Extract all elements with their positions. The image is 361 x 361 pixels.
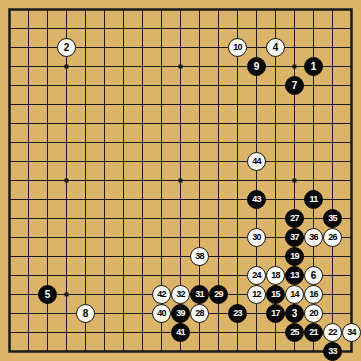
- stone-white-24: 24: [247, 266, 266, 285]
- stone-white-2: 2: [57, 38, 76, 57]
- move-number: 21: [309, 328, 318, 337]
- stone-white-20: 20: [304, 304, 323, 323]
- move-number: 2: [64, 43, 70, 53]
- stones-layer: 1234567891011121314151617181920212223242…: [0, 0, 361, 361]
- move-number: 1: [311, 62, 317, 72]
- move-number: 42: [157, 290, 166, 299]
- stone-black-15: 15: [266, 285, 285, 304]
- stone-white-28: 28: [190, 304, 209, 323]
- stone-white-4: 4: [266, 38, 285, 57]
- stone-white-34: 34: [342, 323, 361, 342]
- move-number: 13: [290, 271, 299, 280]
- move-number: 20: [309, 309, 318, 318]
- stone-white-38: 38: [190, 247, 209, 266]
- move-number: 38: [195, 252, 204, 261]
- stone-black-3: 3: [285, 304, 304, 323]
- move-number: 5: [45, 290, 51, 300]
- stone-black-33: 33: [323, 342, 342, 361]
- stone-black-5: 5: [38, 285, 57, 304]
- move-number: 34: [347, 328, 356, 337]
- stone-white-36: 36: [304, 228, 323, 247]
- move-number: 32: [176, 290, 185, 299]
- stone-white-18: 18: [266, 266, 285, 285]
- stone-black-27: 27: [285, 209, 304, 228]
- stone-black-37: 37: [285, 228, 304, 247]
- move-number: 40: [157, 309, 166, 318]
- move-number: 16: [309, 290, 318, 299]
- stone-black-29: 29: [209, 285, 228, 304]
- move-number: 6: [311, 271, 317, 281]
- stone-white-14: 14: [285, 285, 304, 304]
- stone-white-10: 10: [228, 38, 247, 57]
- stone-white-30: 30: [247, 228, 266, 247]
- stone-white-26: 26: [323, 228, 342, 247]
- stone-black-41: 41: [171, 323, 190, 342]
- stone-black-25: 25: [285, 323, 304, 342]
- stone-black-21: 21: [304, 323, 323, 342]
- stone-black-35: 35: [323, 209, 342, 228]
- stone-black-19: 19: [285, 247, 304, 266]
- stone-black-7: 7: [285, 76, 304, 95]
- move-number: 44: [252, 157, 261, 166]
- stone-black-1: 1: [304, 57, 323, 76]
- stone-black-9: 9: [247, 57, 266, 76]
- stone-white-40: 40: [152, 304, 171, 323]
- stone-white-32: 32: [171, 285, 190, 304]
- move-number: 28: [195, 309, 204, 318]
- move-number: 14: [290, 290, 299, 299]
- move-number: 23: [233, 309, 242, 318]
- move-number: 18: [271, 271, 280, 280]
- move-number: 35: [328, 214, 337, 223]
- move-number: 10: [233, 43, 242, 52]
- move-number: 17: [271, 309, 280, 318]
- go-board: 1234567891011121314151617181920212223242…: [0, 0, 361, 361]
- stone-white-44: 44: [247, 152, 266, 171]
- stone-black-17: 17: [266, 304, 285, 323]
- move-number: 27: [290, 214, 299, 223]
- stone-black-31: 31: [190, 285, 209, 304]
- stone-black-39: 39: [171, 304, 190, 323]
- move-number: 36: [309, 233, 318, 242]
- move-number: 9: [254, 62, 260, 72]
- move-number: 4: [273, 43, 279, 53]
- stone-white-6: 6: [304, 266, 323, 285]
- move-number: 8: [83, 309, 89, 319]
- move-number: 7: [292, 81, 298, 91]
- move-number: 3: [292, 309, 298, 319]
- move-number: 41: [176, 328, 185, 337]
- move-number: 24: [252, 271, 261, 280]
- stone-white-42: 42: [152, 285, 171, 304]
- move-number: 29: [214, 290, 223, 299]
- stone-white-8: 8: [76, 304, 95, 323]
- stone-black-23: 23: [228, 304, 247, 323]
- stone-white-12: 12: [247, 285, 266, 304]
- move-number: 25: [290, 328, 299, 337]
- move-number: 19: [290, 252, 299, 261]
- move-number: 37: [290, 233, 299, 242]
- move-number: 31: [195, 290, 204, 299]
- move-number: 12: [252, 290, 261, 299]
- stone-black-43: 43: [247, 190, 266, 209]
- stone-black-13: 13: [285, 266, 304, 285]
- move-number: 11: [309, 195, 317, 204]
- move-number: 30: [252, 233, 261, 242]
- stone-black-11: 11: [304, 190, 323, 209]
- move-number: 43: [252, 195, 261, 204]
- move-number: 39: [176, 309, 185, 318]
- move-number: 33: [328, 347, 337, 356]
- stone-white-16: 16: [304, 285, 323, 304]
- move-number: 15: [271, 290, 280, 299]
- stone-white-22: 22: [323, 323, 342, 342]
- move-number: 22: [328, 328, 337, 337]
- move-number: 26: [328, 233, 337, 242]
